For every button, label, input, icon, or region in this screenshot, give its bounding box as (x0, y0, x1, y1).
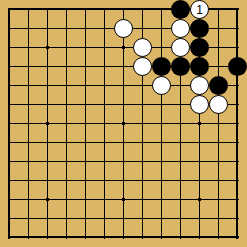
board-intersection[interactable] (57, 190, 76, 209)
board-intersection[interactable] (171, 114, 190, 133)
board-intersection[interactable] (133, 152, 152, 171)
star-point (122, 122, 125, 125)
board-intersection[interactable] (76, 152, 95, 171)
board-intersection[interactable] (95, 190, 114, 209)
board-intersection[interactable] (209, 190, 228, 209)
board-intersection[interactable] (19, 95, 38, 114)
board-intersection[interactable] (95, 171, 114, 190)
board-intersection[interactable] (19, 38, 38, 57)
board-intersection[interactable] (152, 209, 171, 228)
black-stone (190, 57, 209, 76)
board-intersection[interactable] (228, 133, 247, 152)
board-intersection[interactable] (209, 95, 228, 114)
white-stone (190, 76, 209, 95)
board-intersection[interactable] (95, 76, 114, 95)
board-intersection[interactable] (190, 76, 209, 95)
board-intersection[interactable] (38, 228, 57, 247)
board-intersection[interactable] (57, 171, 76, 190)
white-stone (114, 19, 133, 38)
board-intersection[interactable] (0, 38, 19, 57)
board-intersection[interactable] (133, 133, 152, 152)
board-intersection[interactable] (209, 19, 228, 38)
board-intersection[interactable] (133, 209, 152, 228)
board-intersection[interactable] (152, 171, 171, 190)
board-intersection[interactable] (57, 76, 76, 95)
board-intersection[interactable] (19, 152, 38, 171)
board-intersection[interactable] (95, 38, 114, 57)
white-stone (171, 19, 190, 38)
board-intersection[interactable] (57, 228, 76, 247)
black-stone (171, 0, 190, 19)
board-intersection[interactable] (228, 95, 247, 114)
board-intersection[interactable] (114, 190, 133, 209)
board-intersection[interactable] (133, 0, 152, 19)
board-intersection[interactable] (76, 209, 95, 228)
go-board: 1 (0, 0, 247, 247)
board-intersection[interactable] (209, 228, 228, 247)
board-intersection[interactable] (228, 190, 247, 209)
board-intersection[interactable] (57, 95, 76, 114)
board-intersection[interactable] (38, 0, 57, 19)
board-intersection[interactable] (114, 95, 133, 114)
board-intersection[interactable] (171, 57, 190, 76)
board-intersection[interactable] (133, 190, 152, 209)
board-intersection[interactable] (19, 0, 38, 19)
board-intersection[interactable] (133, 95, 152, 114)
board-intersection[interactable] (57, 152, 76, 171)
board-intersection[interactable] (114, 152, 133, 171)
white-stone (190, 95, 209, 114)
black-stone (171, 57, 190, 76)
star-point (198, 198, 201, 201)
board-intersection[interactable] (171, 133, 190, 152)
white-stone (209, 95, 228, 114)
board-intersection[interactable] (114, 209, 133, 228)
board-intersection[interactable] (133, 38, 152, 57)
board-intersection[interactable] (152, 228, 171, 247)
board-intersection[interactable] (38, 152, 57, 171)
board-intersection[interactable] (228, 38, 247, 57)
board-intersection[interactable] (38, 38, 57, 57)
board-intersection[interactable] (0, 171, 19, 190)
board-intersection[interactable] (76, 228, 95, 247)
board-intersection[interactable] (171, 209, 190, 228)
board-intersection[interactable] (209, 57, 228, 76)
board-intersection[interactable] (38, 95, 57, 114)
board-intersection[interactable] (38, 76, 57, 95)
board-intersection[interactable] (228, 76, 247, 95)
board-intersection[interactable] (171, 171, 190, 190)
board-intersection[interactable] (171, 95, 190, 114)
board-intersection[interactable] (228, 0, 247, 19)
board-intersection[interactable] (95, 133, 114, 152)
board-intersection[interactable] (209, 171, 228, 190)
board-intersection[interactable] (57, 114, 76, 133)
board-intersection[interactable] (19, 76, 38, 95)
board-intersection[interactable] (114, 171, 133, 190)
board-intersection[interactable] (171, 0, 190, 19)
board-intersection[interactable] (76, 0, 95, 19)
board-intersection[interactable] (95, 95, 114, 114)
board-intersection[interactable] (152, 19, 171, 38)
board-intersection[interactable] (133, 114, 152, 133)
board-intersection[interactable] (19, 190, 38, 209)
board-intersection[interactable] (0, 0, 19, 19)
board-intersection[interactable] (114, 57, 133, 76)
board-intersection[interactable] (76, 171, 95, 190)
board-intersection[interactable] (190, 133, 209, 152)
board-intersection[interactable] (0, 152, 19, 171)
star-point (46, 198, 49, 201)
board-intersection[interactable] (76, 114, 95, 133)
board-intersection[interactable] (152, 152, 171, 171)
board-intersection[interactable] (95, 228, 114, 247)
board-intersection[interactable] (209, 114, 228, 133)
board-intersection[interactable] (95, 114, 114, 133)
board-intersection[interactable] (114, 133, 133, 152)
board-intersection[interactable] (57, 133, 76, 152)
board-intersection[interactable] (38, 19, 57, 38)
board-intersection[interactable] (95, 19, 114, 38)
board-intersection[interactable] (152, 76, 171, 95)
board-intersection[interactable] (19, 114, 38, 133)
board-intersection[interactable] (228, 209, 247, 228)
board-intersection[interactable] (190, 114, 209, 133)
board-intersection[interactable] (38, 190, 57, 209)
board-intersection[interactable] (171, 19, 190, 38)
board-intersection[interactable] (133, 228, 152, 247)
board-intersection[interactable] (114, 114, 133, 133)
board-intersection[interactable] (209, 38, 228, 57)
board-intersection[interactable] (0, 133, 19, 152)
star-point (46, 122, 49, 125)
white-stone (133, 57, 152, 76)
black-stone (190, 19, 209, 38)
board-intersection[interactable] (57, 209, 76, 228)
board-intersection[interactable] (0, 209, 19, 228)
board-intersection[interactable] (19, 171, 38, 190)
board-intersection[interactable] (209, 76, 228, 95)
board-intersection[interactable] (76, 133, 95, 152)
board-intersection[interactable] (152, 38, 171, 57)
star-point (198, 122, 201, 125)
white-stone (171, 38, 190, 57)
star-point (46, 46, 49, 49)
board-intersection[interactable] (228, 57, 247, 76)
board-intersection[interactable] (190, 19, 209, 38)
board-intersection[interactable] (152, 133, 171, 152)
board-intersection[interactable] (152, 190, 171, 209)
move-number-label: 1 (196, 4, 203, 16)
board-intersection[interactable] (0, 190, 19, 209)
board-intersection[interactable] (152, 57, 171, 76)
board-intersection[interactable] (190, 38, 209, 57)
board-intersection[interactable] (76, 19, 95, 38)
board-intersection[interactable] (171, 190, 190, 209)
board-intersection[interactable] (171, 228, 190, 247)
black-stone (152, 57, 171, 76)
board-intersection[interactable] (190, 171, 209, 190)
board-intersection[interactable] (19, 133, 38, 152)
board-intersection[interactable]: 1 (190, 0, 209, 19)
board-intersection[interactable] (95, 0, 114, 19)
board-intersection[interactable] (171, 38, 190, 57)
white-stone: 1 (190, 0, 209, 19)
board-intersection[interactable] (76, 95, 95, 114)
board-intersection[interactable] (114, 0, 133, 19)
white-stone (133, 38, 152, 57)
board-intersection[interactable] (171, 76, 190, 95)
board-intersection[interactable] (209, 133, 228, 152)
board-intersection[interactable] (38, 133, 57, 152)
board-intersection[interactable] (0, 76, 19, 95)
board-intersection[interactable] (0, 114, 19, 133)
board-intersection[interactable] (190, 209, 209, 228)
star-point (122, 198, 125, 201)
board-intersection[interactable] (190, 152, 209, 171)
board-intersection[interactable] (38, 171, 57, 190)
board-intersection[interactable] (57, 38, 76, 57)
black-stone (228, 57, 247, 76)
board-intersection[interactable] (19, 209, 38, 228)
star-point (122, 46, 125, 49)
board-intersection[interactable] (19, 57, 38, 76)
board-intersection[interactable] (38, 114, 57, 133)
board-intersection[interactable] (133, 76, 152, 95)
board-intersection[interactable] (57, 19, 76, 38)
board-intersection[interactable] (228, 114, 247, 133)
board-intersection[interactable] (152, 114, 171, 133)
board-intersection[interactable] (133, 57, 152, 76)
board-intersection[interactable] (38, 57, 57, 76)
board-intersection[interactable] (76, 38, 95, 57)
board-intersection[interactable] (133, 171, 152, 190)
board-intersection[interactable] (171, 152, 190, 171)
board-intersection[interactable] (57, 0, 76, 19)
board-intersection[interactable] (0, 95, 19, 114)
board-intersection[interactable] (228, 228, 247, 247)
black-stone (190, 38, 209, 57)
board-intersection[interactable] (190, 228, 209, 247)
board-intersection[interactable] (209, 152, 228, 171)
board-intersection[interactable] (95, 57, 114, 76)
board-intersection[interactable] (114, 19, 133, 38)
board-intersection[interactable] (38, 209, 57, 228)
board-intersection[interactable] (209, 209, 228, 228)
board-intersection[interactable] (95, 152, 114, 171)
board-intersection[interactable] (95, 209, 114, 228)
board-intersection[interactable] (228, 171, 247, 190)
board-intersection[interactable] (76, 76, 95, 95)
board-intersection[interactable] (76, 57, 95, 76)
board-intersection[interactable] (114, 76, 133, 95)
board-intersection[interactable] (0, 228, 19, 247)
board-grid: 1 (0, 0, 247, 247)
board-intersection[interactable] (0, 57, 19, 76)
board-intersection[interactable] (76, 190, 95, 209)
board-intersection[interactable] (19, 19, 38, 38)
board-intersection[interactable] (190, 57, 209, 76)
board-intersection[interactable] (190, 95, 209, 114)
black-stone (209, 76, 228, 95)
board-intersection[interactable] (133, 19, 152, 38)
board-intersection[interactable] (152, 0, 171, 19)
board-intersection[interactable] (19, 228, 38, 247)
board-intersection[interactable] (57, 57, 76, 76)
board-intersection[interactable] (0, 19, 19, 38)
board-intersection[interactable] (190, 190, 209, 209)
board-intersection[interactable] (228, 152, 247, 171)
white-stone (152, 76, 171, 95)
board-intersection[interactable] (209, 0, 228, 19)
board-intersection[interactable] (228, 19, 247, 38)
board-intersection[interactable] (114, 38, 133, 57)
board-intersection[interactable] (114, 228, 133, 247)
board-intersection[interactable] (152, 95, 171, 114)
